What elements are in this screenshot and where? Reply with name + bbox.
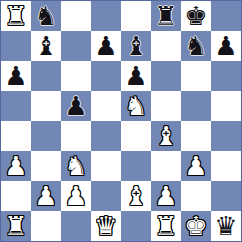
square-h2[interactable] — [211, 181, 241, 211]
square-d2[interactable] — [91, 181, 121, 211]
square-b6[interactable] — [31, 61, 61, 91]
square-h6[interactable] — [211, 61, 241, 91]
piece-white-pawn[interactable]: ♟ — [4, 151, 27, 181]
square-a5[interactable] — [1, 91, 31, 121]
piece-black-king[interactable]: ♚ — [184, 1, 207, 31]
piece-white-rook[interactable]: ♜ — [4, 211, 27, 241]
square-e3[interactable] — [121, 151, 151, 181]
piece-white-pawn[interactable]: ♟ — [34, 181, 57, 211]
piece-black-queen[interactable]: ♛ — [214, 211, 237, 241]
square-c7[interactable] — [61, 31, 91, 61]
square-d7[interactable]: ♟ — [91, 31, 121, 61]
square-a8[interactable]: ♜ — [1, 1, 31, 31]
square-c8[interactable] — [61, 1, 91, 31]
square-b2[interactable]: ♟ — [31, 181, 61, 211]
square-e6[interactable]: ♟ — [121, 61, 151, 91]
piece-black-bishop[interactable]: ♝ — [34, 31, 57, 61]
square-f1[interactable]: ♜ — [151, 211, 181, 241]
square-e7[interactable]: ♝ — [121, 31, 151, 61]
square-g5[interactable] — [181, 91, 211, 121]
square-d8[interactable] — [91, 1, 121, 31]
chess-board: ♜♞♜♚♝♟♝♞♟♟♟♟♞♝♟♞♟♟♟♝♟♜♛♜♚♛ — [0, 0, 242, 242]
piece-white-pawn[interactable]: ♟ — [64, 181, 87, 211]
square-a3[interactable]: ♟ — [1, 151, 31, 181]
piece-black-rook[interactable]: ♜ — [154, 1, 177, 31]
square-c2[interactable]: ♟ — [61, 181, 91, 211]
piece-black-pawn[interactable]: ♟ — [4, 61, 27, 91]
square-f7[interactable] — [151, 31, 181, 61]
square-g1[interactable]: ♚ — [181, 211, 211, 241]
square-b7[interactable]: ♝ — [31, 31, 61, 61]
square-h1[interactable]: ♛ — [211, 211, 241, 241]
square-c4[interactable] — [61, 121, 91, 151]
piece-white-king[interactable]: ♚ — [184, 211, 207, 241]
square-d5[interactable] — [91, 91, 121, 121]
square-e5[interactable]: ♞ — [121, 91, 151, 121]
square-g6[interactable] — [181, 61, 211, 91]
square-a1[interactable]: ♜ — [1, 211, 31, 241]
piece-white-knight[interactable]: ♞ — [64, 151, 87, 181]
square-d3[interactable] — [91, 151, 121, 181]
piece-white-bishop[interactable]: ♝ — [154, 121, 177, 151]
square-g8[interactable]: ♚ — [181, 1, 211, 31]
piece-white-pawn[interactable]: ♟ — [154, 181, 177, 211]
square-b5[interactable] — [31, 91, 61, 121]
piece-white-bishop[interactable]: ♝ — [124, 181, 147, 211]
square-f6[interactable] — [151, 61, 181, 91]
square-h3[interactable] — [211, 151, 241, 181]
square-a6[interactable]: ♟ — [1, 61, 31, 91]
square-f3[interactable] — [151, 151, 181, 181]
square-h8[interactable] — [211, 1, 241, 31]
square-e1[interactable] — [121, 211, 151, 241]
square-g3[interactable]: ♟ — [181, 151, 211, 181]
square-b4[interactable] — [31, 121, 61, 151]
square-b1[interactable] — [31, 211, 61, 241]
piece-black-knight[interactable]: ♞ — [34, 1, 57, 31]
square-a2[interactable] — [1, 181, 31, 211]
piece-black-pawn[interactable]: ♟ — [124, 61, 147, 91]
square-b3[interactable] — [31, 151, 61, 181]
piece-black-pawn[interactable]: ♟ — [64, 91, 87, 121]
square-h5[interactable] — [211, 91, 241, 121]
square-a4[interactable] — [1, 121, 31, 151]
piece-black-pawn[interactable]: ♟ — [214, 31, 237, 61]
square-g4[interactable] — [181, 121, 211, 151]
square-h4[interactable] — [211, 121, 241, 151]
piece-white-knight[interactable]: ♞ — [124, 91, 147, 121]
square-d4[interactable] — [91, 121, 121, 151]
square-g2[interactable] — [181, 181, 211, 211]
piece-black-bishop[interactable]: ♝ — [124, 31, 147, 61]
square-d6[interactable] — [91, 61, 121, 91]
square-c5[interactable]: ♟ — [61, 91, 91, 121]
piece-white-rook[interactable]: ♜ — [4, 1, 27, 31]
piece-white-rook[interactable]: ♜ — [154, 211, 177, 241]
square-c3[interactable]: ♞ — [61, 151, 91, 181]
square-f5[interactable] — [151, 91, 181, 121]
square-e2[interactable]: ♝ — [121, 181, 151, 211]
square-f8[interactable]: ♜ — [151, 1, 181, 31]
piece-black-pawn[interactable]: ♟ — [94, 31, 117, 61]
chess-board-container: ♜♞♜♚♝♟♝♞♟♟♟♟♞♝♟♞♟♟♟♝♟♜♛♜♚♛ — [0, 0, 242, 242]
square-f2[interactable]: ♟ — [151, 181, 181, 211]
square-c6[interactable] — [61, 61, 91, 91]
square-e4[interactable] — [121, 121, 151, 151]
square-a7[interactable] — [1, 31, 31, 61]
piece-black-knight[interactable]: ♞ — [184, 31, 207, 61]
square-g7[interactable]: ♞ — [181, 31, 211, 61]
piece-white-pawn[interactable]: ♟ — [184, 151, 207, 181]
square-f4[interactable]: ♝ — [151, 121, 181, 151]
square-h7[interactable]: ♟ — [211, 31, 241, 61]
square-d1[interactable]: ♛ — [91, 211, 121, 241]
square-c1[interactable] — [61, 211, 91, 241]
piece-white-queen[interactable]: ♛ — [94, 211, 117, 241]
square-b8[interactable]: ♞ — [31, 1, 61, 31]
square-e8[interactable] — [121, 1, 151, 31]
